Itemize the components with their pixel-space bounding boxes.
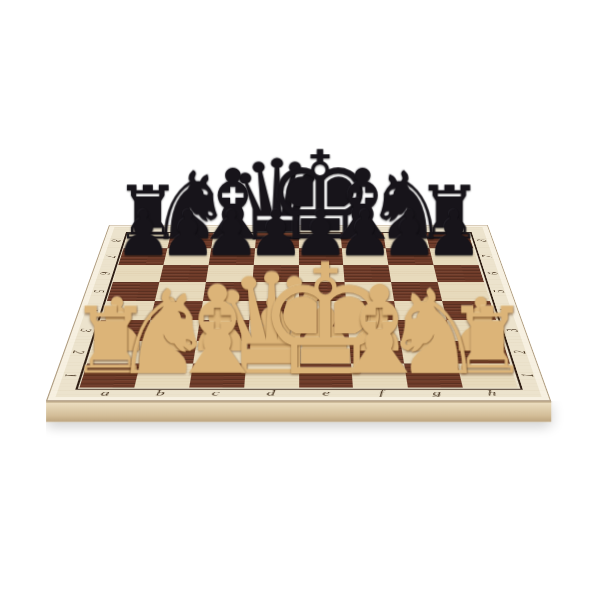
rank-label-right-6: 6 [485, 269, 501, 276]
file-label-a: a [86, 388, 123, 396]
file-label-g: g [418, 388, 454, 396]
chess-photo-scene: abcdefgh1122334455667788♜♞♝♛♚♝♞♜♟♟♟♟♟♟♟♟… [0, 0, 600, 600]
piece-white-bishop-f1[interactable]: ♝ [300, 280, 458, 375]
file-label-f: f [363, 388, 399, 396]
rank-label-left-6: 6 [95, 269, 111, 276]
file-label-b: b [142, 388, 178, 396]
file-label-d: d [253, 388, 288, 396]
file-label-c: c [197, 388, 233, 396]
file-label-e: e [308, 388, 343, 396]
piece-white-bishop-c1[interactable]: ♝ [138, 280, 296, 375]
piece-black-pawn-h7[interactable]: ♟ [412, 207, 494, 256]
chess-board: abcdefgh1122334455667788♜♞♝♛♚♝♞♜♟♟♟♟♟♟♟♟… [45, 225, 550, 401]
board-side-edge [45, 400, 550, 421]
perspective-container: abcdefgh1122334455667788♜♞♝♛♚♝♞♜♟♟♟♟♟♟♟♟… [0, 0, 600, 600]
file-label-h: h [473, 388, 510, 396]
